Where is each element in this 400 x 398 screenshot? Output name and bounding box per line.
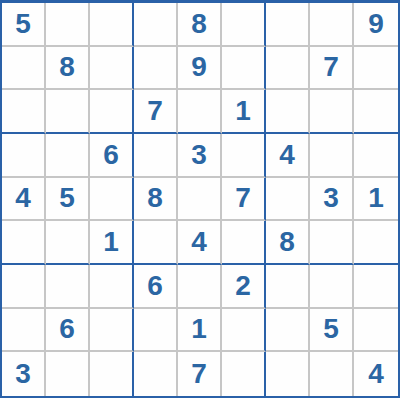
cell-r6c5[interactable]: 4 <box>178 221 222 265</box>
cell-r1c8[interactable] <box>310 3 354 47</box>
cell-r9c8[interactable] <box>310 352 354 396</box>
cell-r4c8[interactable] <box>310 134 354 178</box>
cell-r2c7[interactable] <box>266 47 310 91</box>
cell-r8c2[interactable]: 6 <box>46 309 90 353</box>
cell-r1c5[interactable]: 8 <box>178 3 222 47</box>
cell-r9c7[interactable] <box>266 352 310 396</box>
cell-r7c9[interactable] <box>354 265 398 309</box>
cell-r3c2[interactable] <box>46 90 90 134</box>
cell-r1c3[interactable] <box>90 3 134 47</box>
cell-r4c5[interactable]: 3 <box>178 134 222 178</box>
cell-r8c3[interactable] <box>90 309 134 353</box>
cell-r7c4[interactable]: 6 <box>134 265 178 309</box>
cell-r3c8[interactable] <box>310 90 354 134</box>
cell-r7c7[interactable] <box>266 265 310 309</box>
cell-r6c7[interactable]: 8 <box>266 221 310 265</box>
cell-r1c6[interactable] <box>222 3 266 47</box>
cell-r9c4[interactable] <box>134 352 178 396</box>
cell-r4c6[interactable] <box>222 134 266 178</box>
cell-r6c4[interactable] <box>134 221 178 265</box>
cell-r8c6[interactable] <box>222 309 266 353</box>
cell-r4c1[interactable] <box>2 134 46 178</box>
cell-r7c6[interactable]: 2 <box>222 265 266 309</box>
cell-r1c7[interactable] <box>266 3 310 47</box>
sudoku-board: 5898977163445873114862615374 <box>0 0 400 398</box>
cell-r9c9[interactable]: 4 <box>354 352 398 396</box>
cell-r5c5[interactable] <box>178 178 222 222</box>
cell-r4c3[interactable]: 6 <box>90 134 134 178</box>
cell-r9c6[interactable] <box>222 352 266 396</box>
cell-r2c3[interactable] <box>90 47 134 91</box>
cell-r5c7[interactable] <box>266 178 310 222</box>
cell-r2c2[interactable]: 8 <box>46 47 90 91</box>
cell-r2c4[interactable] <box>134 47 178 91</box>
cell-r3c5[interactable] <box>178 90 222 134</box>
cell-r2c5[interactable]: 9 <box>178 47 222 91</box>
cell-r5c2[interactable]: 5 <box>46 178 90 222</box>
cell-r1c1[interactable]: 5 <box>2 3 46 47</box>
cell-r5c3[interactable] <box>90 178 134 222</box>
cell-r3c7[interactable] <box>266 90 310 134</box>
cell-r8c4[interactable] <box>134 309 178 353</box>
cell-r8c1[interactable] <box>2 309 46 353</box>
cell-r4c9[interactable] <box>354 134 398 178</box>
cell-r9c5[interactable]: 7 <box>178 352 222 396</box>
cell-r6c9[interactable] <box>354 221 398 265</box>
cell-r8c7[interactable] <box>266 309 310 353</box>
cell-r6c2[interactable] <box>46 221 90 265</box>
cell-r8c8[interactable]: 5 <box>310 309 354 353</box>
cell-r4c4[interactable] <box>134 134 178 178</box>
cell-r9c2[interactable] <box>46 352 90 396</box>
cell-r7c3[interactable] <box>90 265 134 309</box>
cell-r5c6[interactable]: 7 <box>222 178 266 222</box>
cell-r7c8[interactable] <box>310 265 354 309</box>
cell-r9c3[interactable] <box>90 352 134 396</box>
cell-r7c1[interactable] <box>2 265 46 309</box>
cell-r3c4[interactable]: 7 <box>134 90 178 134</box>
cell-r5c1[interactable]: 4 <box>2 178 46 222</box>
cell-r4c7[interactable]: 4 <box>266 134 310 178</box>
cell-r2c8[interactable]: 7 <box>310 47 354 91</box>
cell-r2c6[interactable] <box>222 47 266 91</box>
cell-r2c9[interactable] <box>354 47 398 91</box>
cell-r7c5[interactable] <box>178 265 222 309</box>
cell-r1c4[interactable] <box>134 3 178 47</box>
cell-r5c4[interactable]: 8 <box>134 178 178 222</box>
cell-r2c1[interactable] <box>2 47 46 91</box>
cell-r6c1[interactable] <box>2 221 46 265</box>
cell-r1c2[interactable] <box>46 3 90 47</box>
cell-r5c9[interactable]: 1 <box>354 178 398 222</box>
cell-r7c2[interactable] <box>46 265 90 309</box>
cell-r9c1[interactable]: 3 <box>2 352 46 396</box>
cell-r6c8[interactable] <box>310 221 354 265</box>
cell-r8c9[interactable] <box>354 309 398 353</box>
cell-r6c6[interactable] <box>222 221 266 265</box>
cell-r5c8[interactable]: 3 <box>310 178 354 222</box>
cell-r3c3[interactable] <box>90 90 134 134</box>
cell-r3c6[interactable]: 1 <box>222 90 266 134</box>
cell-r8c5[interactable]: 1 <box>178 309 222 353</box>
cell-r3c9[interactable] <box>354 90 398 134</box>
cell-r4c2[interactable] <box>46 134 90 178</box>
cell-r3c1[interactable] <box>2 90 46 134</box>
cell-r1c9[interactable]: 9 <box>354 3 398 47</box>
cell-r6c3[interactable]: 1 <box>90 221 134 265</box>
